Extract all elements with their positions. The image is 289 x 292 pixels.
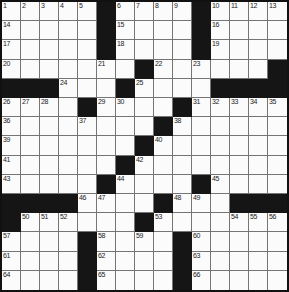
white-cell-r3c14[interactable] xyxy=(249,40,268,59)
clue-number-62: 62 xyxy=(98,252,105,260)
white-cell-r6c9[interactable] xyxy=(154,98,173,117)
white-cell-r4c9[interactable]: 22 xyxy=(154,60,173,79)
black-cell-r5c13 xyxy=(230,79,249,98)
white-cell-r7c11[interactable] xyxy=(192,117,211,136)
clue-number-64: 64 xyxy=(3,271,10,279)
clue-number-36: 36 xyxy=(3,117,10,125)
clue-number-32: 32 xyxy=(212,98,219,106)
white-cell-r7c15[interactable] xyxy=(268,117,287,136)
clue-number-27: 27 xyxy=(22,98,29,106)
white-cell-r10c3[interactable] xyxy=(40,175,59,194)
black-cell-r14c5 xyxy=(78,252,97,271)
clue-number-25: 25 xyxy=(136,79,143,87)
white-cell-r14c6[interactable]: 62 xyxy=(97,252,116,271)
black-cell-r5c15 xyxy=(268,79,287,98)
black-cell-r8c8 xyxy=(135,136,154,155)
white-cell-r15c2[interactable] xyxy=(21,271,40,290)
white-cell-r10c15[interactable] xyxy=(268,175,287,194)
white-cell-r8c12[interactable] xyxy=(211,136,230,155)
white-cell-r12c4[interactable]: 52 xyxy=(59,213,78,232)
white-cell-r3c3[interactable] xyxy=(40,40,59,59)
white-cell-r4c5[interactable] xyxy=(78,60,97,79)
clue-number-8: 8 xyxy=(155,2,159,10)
clue-number-43: 43 xyxy=(3,175,10,183)
black-cell-r2c11 xyxy=(192,21,211,40)
clue-number-19: 19 xyxy=(212,40,219,48)
white-cell-r3c13[interactable] xyxy=(230,40,249,59)
clue-number-58: 58 xyxy=(98,232,105,240)
white-cell-r7c5[interactable]: 37 xyxy=(78,117,97,136)
white-cell-r11c11[interactable]: 49 xyxy=(192,194,211,213)
white-cell-r15c3[interactable] xyxy=(40,271,59,290)
white-cell-r10c5[interactable] xyxy=(78,175,97,194)
white-cell-r6c3[interactable]: 28 xyxy=(40,98,59,117)
clue-number-35: 35 xyxy=(269,98,276,106)
white-cell-r5c8[interactable]: 25 xyxy=(135,79,154,98)
clue-number-33: 33 xyxy=(231,98,238,106)
white-cell-r3c15[interactable] xyxy=(268,40,287,59)
white-cell-r9c3[interactable] xyxy=(40,156,59,175)
white-cell-r15c14[interactable] xyxy=(249,271,268,290)
white-cell-r6c14[interactable]: 34 xyxy=(249,98,268,117)
white-cell-r10c12[interactable]: 45 xyxy=(211,175,230,194)
white-cell-r6c6[interactable]: 29 xyxy=(97,98,116,117)
white-cell-r15c6[interactable]: 65 xyxy=(97,271,116,290)
clue-number-20: 20 xyxy=(3,60,10,68)
white-cell-r7c10[interactable]: 38 xyxy=(173,117,192,136)
white-cell-r2c7[interactable]: 15 xyxy=(116,21,135,40)
white-cell-r9c12[interactable] xyxy=(211,156,230,175)
white-cell-r1c14[interactable]: 12 xyxy=(249,2,268,21)
white-cell-r10c2[interactable] xyxy=(21,175,40,194)
clue-number-34: 34 xyxy=(250,98,257,106)
clue-number-9: 9 xyxy=(174,2,178,10)
white-cell-r6c13[interactable]: 33 xyxy=(230,98,249,117)
white-cell-r12c7[interactable] xyxy=(116,213,135,232)
clue-number-45: 45 xyxy=(212,175,219,183)
clue-number-59: 59 xyxy=(136,232,143,240)
clue-number-15: 15 xyxy=(117,21,124,29)
white-cell-r14c2[interactable] xyxy=(21,252,40,271)
black-cell-r12c8 xyxy=(135,213,154,232)
clue-number-41: 41 xyxy=(3,156,10,164)
black-cell-r11c2 xyxy=(21,194,40,213)
white-cell-r14c4[interactable] xyxy=(59,252,78,271)
black-cell-r5c14 xyxy=(249,79,268,98)
white-cell-r5c5[interactable] xyxy=(78,79,97,98)
white-cell-r5c10[interactable] xyxy=(173,79,192,98)
white-cell-r4c4[interactable] xyxy=(59,60,78,79)
white-cell-r8c6[interactable] xyxy=(97,136,116,155)
white-cell-r6c1[interactable]: 26 xyxy=(2,98,21,117)
clue-number-57: 57 xyxy=(3,232,10,240)
clue-number-17: 17 xyxy=(3,40,10,48)
white-cell-r11c12[interactable] xyxy=(211,194,230,213)
clue-number-47: 47 xyxy=(98,194,105,202)
white-cell-r10c9[interactable] xyxy=(154,175,173,194)
white-cell-r9c5[interactable] xyxy=(78,156,97,175)
white-cell-r15c9[interactable] xyxy=(154,271,173,290)
white-cell-r5c11[interactable] xyxy=(192,79,211,98)
white-cell-r12c10[interactable] xyxy=(173,213,192,232)
clue-number-10: 10 xyxy=(212,2,219,10)
white-cell-r12c9[interactable]: 53 xyxy=(154,213,173,232)
black-cell-r15c5 xyxy=(78,271,97,290)
white-cell-r2c12[interactable]: 16 xyxy=(211,21,230,40)
white-cell-r3c5[interactable] xyxy=(78,40,97,59)
black-cell-r5c7 xyxy=(116,79,135,98)
white-cell-r7c7[interactable] xyxy=(116,117,135,136)
clue-number-5: 5 xyxy=(79,2,83,10)
white-cell-r13c8[interactable]: 59 xyxy=(135,232,154,251)
white-cell-r9c10[interactable] xyxy=(173,156,192,175)
white-cell-r13c14[interactable] xyxy=(249,232,268,251)
clue-number-46: 46 xyxy=(79,194,86,202)
white-cell-r8c11[interactable] xyxy=(192,136,211,155)
white-cell-r14c3[interactable] xyxy=(40,252,59,271)
white-cell-r7c2[interactable] xyxy=(21,117,40,136)
clue-number-63: 63 xyxy=(193,252,200,260)
white-cell-r12c11[interactable] xyxy=(192,213,211,232)
white-cell-r3c8[interactable] xyxy=(135,40,154,59)
clue-number-42: 42 xyxy=(136,156,143,164)
clue-number-52: 52 xyxy=(60,213,67,221)
white-cell-r14c13[interactable] xyxy=(230,252,249,271)
white-cell-r11c5[interactable]: 46 xyxy=(78,194,97,213)
white-cell-r15c12[interactable] xyxy=(211,271,230,290)
black-cell-r6c10 xyxy=(173,98,192,117)
white-cell-r3c12[interactable]: 19 xyxy=(211,40,230,59)
black-cell-r11c15 xyxy=(268,194,287,213)
clue-number-22: 22 xyxy=(155,60,162,68)
white-cell-r13c12[interactable] xyxy=(211,232,230,251)
white-cell-r4c1[interactable]: 20 xyxy=(2,60,21,79)
black-cell-r4c15 xyxy=(268,60,287,79)
white-cell-r2c1[interactable]: 14 xyxy=(2,21,21,40)
white-cell-r13c11[interactable]: 60 xyxy=(192,232,211,251)
white-cell-r13c6[interactable]: 58 xyxy=(97,232,116,251)
white-cell-r5c4[interactable]: 24 xyxy=(59,79,78,98)
crossword-grid: 1234567891011121314151617181920212223242… xyxy=(2,2,287,290)
white-cell-r9c11[interactable] xyxy=(192,156,211,175)
white-cell-r1c5[interactable]: 5 xyxy=(78,2,97,21)
white-cell-r6c2[interactable]: 27 xyxy=(21,98,40,117)
white-cell-r15c1[interactable]: 64 xyxy=(2,271,21,290)
white-cell-r4c14[interactable] xyxy=(249,60,268,79)
white-cell-r15c11[interactable]: 66 xyxy=(192,271,211,290)
white-cell-r4c7[interactable] xyxy=(116,60,135,79)
white-cell-r8c2[interactable] xyxy=(21,136,40,155)
black-cell-r11c1 xyxy=(2,194,21,213)
white-cell-r13c4[interactable] xyxy=(59,232,78,251)
black-cell-r1c6 xyxy=(97,2,116,21)
white-cell-r8c13[interactable] xyxy=(230,136,249,155)
white-cell-r1c10[interactable]: 9 xyxy=(173,2,192,21)
white-cell-r13c9[interactable] xyxy=(154,232,173,251)
clue-number-30: 30 xyxy=(117,98,124,106)
white-cell-r1c4[interactable]: 4 xyxy=(59,2,78,21)
clue-number-40: 40 xyxy=(155,136,162,144)
black-cell-r5c1 xyxy=(2,79,21,98)
white-cell-r7c3[interactable] xyxy=(40,117,59,136)
clue-number-66: 66 xyxy=(193,271,200,279)
clue-number-51: 51 xyxy=(41,213,48,221)
white-cell-r14c8[interactable] xyxy=(135,252,154,271)
black-cell-r13c10 xyxy=(173,232,192,251)
clue-number-18: 18 xyxy=(117,40,124,48)
clue-number-24: 24 xyxy=(60,79,67,87)
white-cell-r2c2[interactable] xyxy=(21,21,40,40)
clue-number-65: 65 xyxy=(98,271,105,279)
white-cell-r13c13[interactable] xyxy=(230,232,249,251)
white-cell-r8c4[interactable] xyxy=(59,136,78,155)
white-cell-r9c15[interactable] xyxy=(268,156,287,175)
black-cell-r5c3 xyxy=(40,79,59,98)
black-cell-r12c1 xyxy=(2,213,21,232)
white-cell-r12c2[interactable]: 50 xyxy=(21,213,40,232)
black-cell-r11c13 xyxy=(230,194,249,213)
black-cell-r1c11 xyxy=(192,2,211,21)
clue-number-13: 13 xyxy=(269,2,276,10)
white-cell-r10c1[interactable]: 43 xyxy=(2,175,21,194)
white-cell-r8c9[interactable]: 40 xyxy=(154,136,173,155)
white-cell-r12c14[interactable]: 55 xyxy=(249,213,268,232)
white-cell-r9c6[interactable] xyxy=(97,156,116,175)
white-cell-r15c15[interactable] xyxy=(268,271,287,290)
clue-number-53: 53 xyxy=(155,213,162,221)
clue-number-38: 38 xyxy=(174,117,181,125)
white-cell-r8c15[interactable] xyxy=(268,136,287,155)
white-cell-r13c1[interactable]: 57 xyxy=(2,232,21,251)
white-cell-r12c13[interactable]: 54 xyxy=(230,213,249,232)
clue-number-6: 6 xyxy=(117,2,121,10)
white-cell-r9c9[interactable] xyxy=(154,156,173,175)
white-cell-r4c12[interactable] xyxy=(211,60,230,79)
white-cell-r3c1[interactable]: 17 xyxy=(2,40,21,59)
clue-number-16: 16 xyxy=(212,21,219,29)
white-cell-r12c3[interactable]: 51 xyxy=(40,213,59,232)
black-cell-r11c14 xyxy=(249,194,268,213)
white-cell-r3c9[interactable] xyxy=(154,40,173,59)
white-cell-r2c15[interactable] xyxy=(268,21,287,40)
white-cell-r10c10[interactable] xyxy=(173,175,192,194)
clue-number-60: 60 xyxy=(193,232,200,240)
clue-number-3: 3 xyxy=(41,2,45,10)
white-cell-r4c3[interactable] xyxy=(40,60,59,79)
clue-number-61: 61 xyxy=(3,252,10,260)
white-cell-r7c1[interactable]: 36 xyxy=(2,117,21,136)
white-cell-r3c7[interactable]: 18 xyxy=(116,40,135,59)
white-cell-r1c1[interactable]: 1 xyxy=(2,2,21,21)
white-cell-r5c6[interactable] xyxy=(97,79,116,98)
clue-number-21: 21 xyxy=(98,60,105,68)
white-cell-r8c5[interactable] xyxy=(78,136,97,155)
white-cell-r6c7[interactable]: 30 xyxy=(116,98,135,117)
black-cell-r3c11 xyxy=(192,40,211,59)
clue-number-2: 2 xyxy=(22,2,26,10)
white-cell-r2c10[interactable] xyxy=(173,21,192,40)
white-cell-r12c6[interactable] xyxy=(97,213,116,232)
clue-number-14: 14 xyxy=(3,21,10,29)
clue-number-12: 12 xyxy=(250,2,257,10)
black-cell-r10c11 xyxy=(192,175,211,194)
white-cell-r7c4[interactable] xyxy=(59,117,78,136)
white-cell-r1c7[interactable]: 6 xyxy=(116,2,135,21)
white-cell-r14c7[interactable] xyxy=(116,252,135,271)
white-cell-r7c12[interactable] xyxy=(211,117,230,136)
white-cell-r2c8[interactable] xyxy=(135,21,154,40)
white-cell-r14c11[interactable]: 63 xyxy=(192,252,211,271)
clue-number-37: 37 xyxy=(79,117,86,125)
white-cell-r1c8[interactable]: 7 xyxy=(135,2,154,21)
white-cell-r15c4[interactable] xyxy=(59,271,78,290)
white-cell-r14c12[interactable] xyxy=(211,252,230,271)
white-cell-r10c13[interactable] xyxy=(230,175,249,194)
black-cell-r13c5 xyxy=(78,232,97,251)
white-cell-r2c5[interactable] xyxy=(78,21,97,40)
clue-number-4: 4 xyxy=(60,2,64,10)
white-cell-r13c7[interactable] xyxy=(116,232,135,251)
white-cell-r4c10[interactable] xyxy=(173,60,192,79)
white-cell-r6c11[interactable]: 31 xyxy=(192,98,211,117)
clue-number-11: 11 xyxy=(231,2,238,10)
white-cell-r7c6[interactable] xyxy=(97,117,116,136)
black-cell-r11c3 xyxy=(40,194,59,213)
white-cell-r2c14[interactable] xyxy=(249,21,268,40)
black-cell-r11c4 xyxy=(59,194,78,213)
white-cell-r15c7[interactable] xyxy=(116,271,135,290)
white-cell-r6c12[interactable]: 32 xyxy=(211,98,230,117)
white-cell-r10c4[interactable] xyxy=(59,175,78,194)
clue-number-7: 7 xyxy=(136,2,140,10)
white-cell-r14c1[interactable]: 61 xyxy=(2,252,21,271)
white-cell-r2c9[interactable] xyxy=(154,21,173,40)
white-cell-r11c10[interactable]: 48 xyxy=(173,194,192,213)
white-cell-r4c11[interactable]: 23 xyxy=(192,60,211,79)
white-cell-r9c4[interactable] xyxy=(59,156,78,175)
white-cell-r5c9[interactable] xyxy=(154,79,173,98)
white-cell-r4c2[interactable] xyxy=(21,60,40,79)
white-cell-r3c2[interactable] xyxy=(21,40,40,59)
white-cell-r2c13[interactable] xyxy=(230,21,249,40)
white-cell-r6c8[interactable] xyxy=(135,98,154,117)
white-cell-r8c3[interactable] xyxy=(40,136,59,155)
clue-number-31: 31 xyxy=(193,98,200,106)
white-cell-r12c15[interactable]: 56 xyxy=(268,213,287,232)
white-cell-r6c15[interactable]: 35 xyxy=(268,98,287,117)
black-cell-r5c2 xyxy=(21,79,40,98)
white-cell-r12c12[interactable] xyxy=(211,213,230,232)
white-cell-r8c7[interactable] xyxy=(116,136,135,155)
black-cell-r4c8 xyxy=(135,60,154,79)
clue-number-56: 56 xyxy=(269,213,276,221)
clue-number-39: 39 xyxy=(3,136,10,144)
white-cell-r8c14[interactable] xyxy=(249,136,268,155)
white-cell-r8c10[interactable] xyxy=(173,136,192,155)
clue-number-23: 23 xyxy=(193,60,200,68)
white-cell-r1c12[interactable]: 10 xyxy=(211,2,230,21)
clue-number-50: 50 xyxy=(22,213,29,221)
white-cell-r9c13[interactable] xyxy=(230,156,249,175)
white-cell-r9c1[interactable]: 41 xyxy=(2,156,21,175)
black-cell-r3c6 xyxy=(97,40,116,59)
white-cell-r7c13[interactable] xyxy=(230,117,249,136)
white-cell-r14c9[interactable] xyxy=(154,252,173,271)
white-cell-r1c3[interactable]: 3 xyxy=(40,2,59,21)
white-cell-r1c13[interactable]: 11 xyxy=(230,2,249,21)
white-cell-r1c9[interactable]: 8 xyxy=(154,2,173,21)
white-cell-r4c13[interactable] xyxy=(230,60,249,79)
white-cell-r2c3[interactable] xyxy=(40,21,59,40)
clue-number-29: 29 xyxy=(98,98,105,106)
white-cell-r9c8[interactable]: 42 xyxy=(135,156,154,175)
black-cell-r11c9 xyxy=(154,194,173,213)
white-cell-r3c10[interactable] xyxy=(173,40,192,59)
white-cell-r12c5[interactable] xyxy=(78,213,97,232)
white-cell-r7c8[interactable] xyxy=(135,117,154,136)
clue-number-26: 26 xyxy=(3,98,10,106)
white-cell-r9c2[interactable] xyxy=(21,156,40,175)
black-cell-r15c10 xyxy=(173,271,192,290)
white-cell-r8c1[interactable]: 39 xyxy=(2,136,21,155)
white-cell-r14c15[interactable] xyxy=(268,252,287,271)
white-cell-r1c2[interactable]: 2 xyxy=(21,2,40,21)
white-cell-r15c8[interactable] xyxy=(135,271,154,290)
white-cell-r14c14[interactable] xyxy=(249,252,268,271)
black-cell-r7c9 xyxy=(154,117,173,136)
clue-number-44: 44 xyxy=(117,175,124,183)
white-cell-r4c6[interactable]: 21 xyxy=(97,60,116,79)
black-cell-r2c6 xyxy=(97,21,116,40)
black-cell-r10c6 xyxy=(97,175,116,194)
white-cell-r13c3[interactable] xyxy=(40,232,59,251)
white-cell-r11c8[interactable] xyxy=(135,194,154,213)
black-cell-r6c5 xyxy=(78,98,97,117)
clue-number-55: 55 xyxy=(250,213,257,221)
clue-number-54: 54 xyxy=(231,213,238,221)
clue-number-48: 48 xyxy=(174,194,181,202)
white-cell-r10c8[interactable] xyxy=(135,175,154,194)
white-cell-r10c14[interactable] xyxy=(249,175,268,194)
white-cell-r3c4[interactable] xyxy=(59,40,78,59)
white-cell-r13c15[interactable] xyxy=(268,232,287,251)
white-cell-r15c13[interactable] xyxy=(230,271,249,290)
white-cell-r6c4[interactable] xyxy=(59,98,78,117)
white-cell-r9c14[interactable] xyxy=(249,156,268,175)
white-cell-r11c6[interactable]: 47 xyxy=(97,194,116,213)
clue-number-49: 49 xyxy=(193,194,200,202)
crossword-board: 1234567891011121314151617181920212223242… xyxy=(0,0,289,292)
white-cell-r7c14[interactable] xyxy=(249,117,268,136)
clue-number-1: 1 xyxy=(3,2,7,10)
white-cell-r2c4[interactable] xyxy=(59,21,78,40)
white-cell-r11c7[interactable] xyxy=(116,194,135,213)
black-cell-r14c10 xyxy=(173,252,192,271)
white-cell-r10c7[interactable]: 44 xyxy=(116,175,135,194)
white-cell-r13c2[interactable] xyxy=(21,232,40,251)
white-cell-r1c15[interactable]: 13 xyxy=(268,2,287,21)
black-cell-r9c7 xyxy=(116,156,135,175)
clue-number-28: 28 xyxy=(41,98,48,106)
black-cell-r5c12 xyxy=(211,79,230,98)
